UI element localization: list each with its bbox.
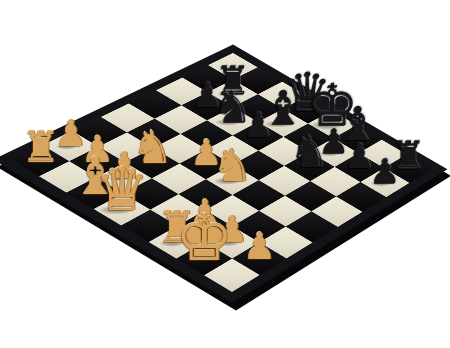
piece-white-rook-a1[interactable]: ♜ xyxy=(22,125,61,168)
piece-white-knight-e4[interactable]: ♞ xyxy=(212,142,253,187)
chess-photo-stage: ♜♟♛♞♝♚♟♝♟♟♜♟♞♟♞♟♜♟♞♟♝♛♟♜♟♟♚ xyxy=(0,0,450,348)
piece-black-pawn-d6[interactable]: ♟ xyxy=(243,108,274,142)
piece-black-pawn-h7[interactable]: ♟ xyxy=(370,154,401,188)
piece-black-knight-f6[interactable]: ♞ xyxy=(290,130,330,174)
piece-white-king-g1[interactable]: ♚ xyxy=(176,206,234,270)
piece-white-pawn-h2[interactable]: ♟ xyxy=(243,228,276,265)
piece-white-queen-d1[interactable]: ♛ xyxy=(95,160,149,220)
